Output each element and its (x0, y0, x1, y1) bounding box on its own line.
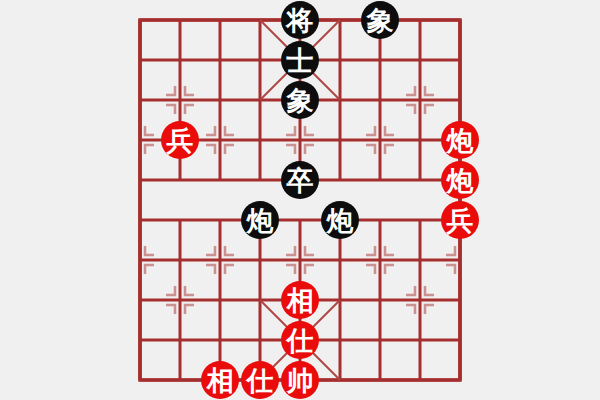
piece-grid: 将象士象兵炮卒炮炮炮兵相仕相仕帅 (120, 0, 480, 400)
screenshot-root: 将象士象兵炮卒炮炮炮兵相仕相仕帅 (0, 0, 600, 400)
piece-red-general[interactable]: 帅 (281, 361, 319, 399)
piece-red-advisor[interactable]: 仕 (281, 321, 319, 359)
xiangqi-board[interactable]: 将象士象兵炮卒炮炮炮兵相仕相仕帅 (140, 20, 460, 380)
piece-black-cannon[interactable]: 炮 (241, 201, 279, 239)
piece-red-cannon[interactable]: 炮 (441, 121, 479, 159)
piece-red-elephant[interactable]: 相 (281, 281, 319, 319)
piece-black-elephant[interactable]: 象 (281, 81, 319, 119)
piece-black-elephant[interactable]: 象 (361, 1, 399, 39)
piece-red-cannon[interactable]: 炮 (441, 161, 479, 199)
piece-black-advisor[interactable]: 士 (281, 41, 319, 79)
piece-red-elephant[interactable]: 相 (201, 361, 239, 399)
piece-red-advisor[interactable]: 仕 (241, 361, 279, 399)
piece-red-soldier[interactable]: 兵 (441, 201, 479, 239)
piece-black-soldier[interactable]: 卒 (281, 161, 319, 199)
piece-red-soldier[interactable]: 兵 (161, 121, 199, 159)
piece-black-cannon[interactable]: 炮 (321, 201, 359, 239)
piece-black-general[interactable]: 将 (281, 1, 319, 39)
